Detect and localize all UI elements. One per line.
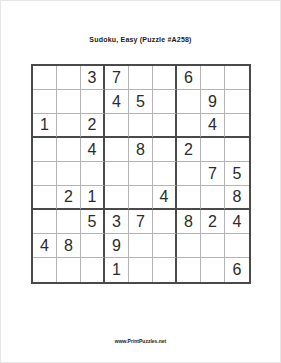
cell-r8c9[interactable] [225, 234, 249, 258]
cell-r8c3[interactable] [81, 234, 105, 258]
cell-r5c1[interactable] [33, 162, 57, 186]
cell-r2c7[interactable] [177, 90, 201, 114]
cell-r9c3[interactable] [81, 258, 105, 282]
cell-r8c4[interactable]: 9 [105, 234, 129, 258]
cell-r8c1[interactable]: 4 [33, 234, 57, 258]
cell-r5c2[interactable] [57, 162, 81, 186]
cell-r2c2[interactable] [57, 90, 81, 114]
cell-r4c2[interactable] [57, 138, 81, 162]
cell-r1c6[interactable] [153, 66, 177, 90]
cell-r4c5[interactable]: 8 [129, 138, 153, 162]
cell-r1c5[interactable] [129, 66, 153, 90]
cell-r4c7[interactable]: 2 [177, 138, 201, 162]
cell-r6c1[interactable] [33, 186, 57, 210]
cell-r5c4[interactable] [105, 162, 129, 186]
cell-r6c6[interactable]: 4 [153, 186, 177, 210]
cell-r3c4[interactable] [105, 114, 129, 138]
cell-r5c9[interactable]: 5 [225, 162, 249, 186]
cell-r9c9[interactable]: 6 [225, 258, 249, 282]
cell-r4c6[interactable] [153, 138, 177, 162]
puzzle-title: Sudoku, Easy (Puzzle #A258) [1, 36, 280, 43]
page: Sudoku, Easy (Puzzle #A258) 376459124482… [0, 0, 281, 363]
cell-r3c8[interactable]: 4 [201, 114, 225, 138]
cell-r8c2[interactable]: 8 [57, 234, 81, 258]
footer-url: www.PrintPuzzles.net [1, 338, 280, 344]
cell-r6c4[interactable] [105, 186, 129, 210]
cell-r9c4[interactable]: 1 [105, 258, 129, 282]
cell-r9c8[interactable] [201, 258, 225, 282]
cell-r9c6[interactable] [153, 258, 177, 282]
cell-r7c6[interactable] [153, 210, 177, 234]
cell-r7c3[interactable]: 5 [81, 210, 105, 234]
cell-r3c6[interactable] [153, 114, 177, 138]
cell-r4c4[interactable] [105, 138, 129, 162]
cell-r9c7[interactable] [177, 258, 201, 282]
cell-r7c7[interactable]: 8 [177, 210, 201, 234]
cell-r2c8[interactable]: 9 [201, 90, 225, 114]
cell-r6c9[interactable]: 8 [225, 186, 249, 210]
cell-r6c3[interactable]: 1 [81, 186, 105, 210]
cell-r4c1[interactable] [33, 138, 57, 162]
cell-r6c2[interactable]: 2 [57, 186, 81, 210]
cell-r2c5[interactable]: 5 [129, 90, 153, 114]
cell-r1c3[interactable]: 3 [81, 66, 105, 90]
cell-r3c1[interactable]: 1 [33, 114, 57, 138]
cell-r3c9[interactable] [225, 114, 249, 138]
cell-r1c8[interactable] [201, 66, 225, 90]
cell-r2c6[interactable] [153, 90, 177, 114]
cell-r1c9[interactable] [225, 66, 249, 90]
sudoku-grid: 37645912448275214853782448916 [31, 64, 251, 284]
cell-r5c8[interactable]: 7 [201, 162, 225, 186]
cell-r6c8[interactable] [201, 186, 225, 210]
cell-r7c1[interactable] [33, 210, 57, 234]
cell-r9c5[interactable] [129, 258, 153, 282]
cell-r2c3[interactable] [81, 90, 105, 114]
cell-r7c4[interactable]: 3 [105, 210, 129, 234]
cell-r6c7[interactable] [177, 186, 201, 210]
cell-r1c4[interactable]: 7 [105, 66, 129, 90]
cell-r2c9[interactable] [225, 90, 249, 114]
cell-r7c8[interactable]: 2 [201, 210, 225, 234]
cell-r4c3[interactable]: 4 [81, 138, 105, 162]
cell-r7c5[interactable]: 7 [129, 210, 153, 234]
cell-r9c2[interactable] [57, 258, 81, 282]
cell-r5c5[interactable] [129, 162, 153, 186]
cell-r8c7[interactable] [177, 234, 201, 258]
cell-r8c8[interactable] [201, 234, 225, 258]
cell-r5c3[interactable] [81, 162, 105, 186]
cell-r7c9[interactable]: 4 [225, 210, 249, 234]
cell-r2c4[interactable]: 4 [105, 90, 129, 114]
cell-r5c6[interactable] [153, 162, 177, 186]
cell-r9c1[interactable] [33, 258, 57, 282]
cell-r7c2[interactable] [57, 210, 81, 234]
cell-r8c5[interactable] [129, 234, 153, 258]
cell-r6c5[interactable] [129, 186, 153, 210]
cell-r1c1[interactable] [33, 66, 57, 90]
cell-r2c1[interactable] [33, 90, 57, 114]
cell-r3c3[interactable]: 2 [81, 114, 105, 138]
cell-r5c7[interactable] [177, 162, 201, 186]
cell-r4c9[interactable] [225, 138, 249, 162]
cell-r4c8[interactable] [201, 138, 225, 162]
cell-r3c7[interactable] [177, 114, 201, 138]
cell-r3c5[interactable] [129, 114, 153, 138]
cell-r3c2[interactable] [57, 114, 81, 138]
cell-r1c2[interactable] [57, 66, 81, 90]
cell-r1c7[interactable]: 6 [177, 66, 201, 90]
cell-r8c6[interactable] [153, 234, 177, 258]
